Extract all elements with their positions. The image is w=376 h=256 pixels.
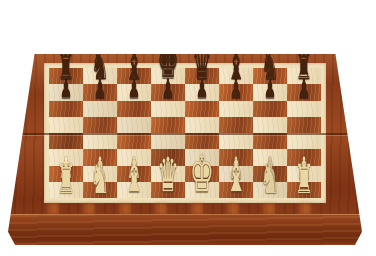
square-b4 — [83, 133, 117, 149]
square-a6 — [49, 101, 83, 117]
piece-black-bishop: ♝ — [226, 45, 245, 85]
piece-black-rook: ♜ — [58, 50, 75, 86]
square-g7: ♟ — [253, 84, 287, 100]
square-f4 — [219, 133, 253, 149]
chess-board: ♜♞♝♚♛♝♞♜♟♟♟♟♟♟♟♟♟♟♟♟♟♟♟♟♜♞♝♛♚♝♞♜ — [8, 54, 362, 245]
square-f5 — [219, 117, 253, 133]
square-a5 — [49, 117, 83, 133]
square-g1: ♞ — [253, 182, 287, 198]
chess-set-photo: ♜♞♝♚♛♝♞♜♟♟♟♟♟♟♟♟♟♟♟♟♟♟♟♟♜♞♝♛♚♝♞♜ — [0, 0, 376, 256]
square-a4 — [49, 133, 83, 149]
square-d1: ♛ — [151, 182, 185, 198]
piece-white-rook: ♜ — [56, 159, 75, 199]
piece-black-pawn: ♟ — [162, 75, 175, 101]
square-h4 — [287, 133, 321, 149]
piece-white-rook: ♜ — [294, 159, 313, 199]
square-a1: ♜ — [49, 182, 83, 198]
piece-black-pawn: ♟ — [94, 75, 107, 101]
square-d4 — [151, 133, 185, 149]
piece-white-bishop: ♝ — [124, 156, 145, 199]
square-d5 — [151, 117, 185, 133]
square-a8: ♜ — [49, 68, 83, 84]
square-b1: ♞ — [83, 182, 117, 198]
square-b5 — [83, 117, 117, 133]
square-c7: ♟ — [117, 84, 151, 100]
piece-white-king: ♚ — [190, 148, 214, 199]
square-f8: ♝ — [219, 68, 253, 84]
square-a7: ♟ — [49, 84, 83, 100]
square-h1: ♜ — [287, 182, 321, 198]
square-g5 — [253, 117, 287, 133]
piece-white-knight: ♞ — [260, 157, 280, 199]
square-e5 — [185, 117, 219, 133]
square-f6 — [219, 101, 253, 117]
board-front-edge — [8, 214, 362, 245]
piece-white-bishop: ♝ — [226, 156, 247, 199]
piece-white-knight: ♞ — [90, 157, 110, 199]
square-h5 — [287, 117, 321, 133]
piece-black-pawn: ♟ — [196, 75, 209, 101]
piece-white-queen: ♛ — [157, 153, 179, 200]
square-c1: ♝ — [117, 182, 151, 198]
square-h7: ♟ — [287, 84, 321, 100]
square-b7: ♟ — [83, 84, 117, 100]
square-e1: ♚ — [185, 182, 219, 198]
fold-hinge-seam — [8, 133, 362, 135]
square-f1: ♝ — [219, 182, 253, 198]
piece-black-pawn: ♟ — [128, 75, 141, 101]
square-c5 — [117, 117, 151, 133]
piece-black-pawn: ♟ — [264, 75, 277, 101]
square-c4 — [117, 133, 151, 149]
square-g4 — [253, 133, 287, 149]
square-e7: ♟ — [185, 84, 219, 100]
piece-black-pawn: ♟ — [298, 75, 311, 101]
